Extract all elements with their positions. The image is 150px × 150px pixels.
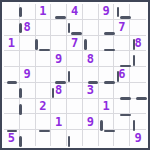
cell-r3c4[interactable] [51, 36, 67, 52]
cell-r6c7[interactable] [99, 83, 115, 99]
cell-r6c3[interactable] [36, 83, 52, 99]
cell-r1c7-given[interactable]: 9 [99, 4, 115, 20]
consecutive-marker-horizontal-r8c1 [7, 130, 18, 133]
sudoku-board: 14987178989683211959 [0, 0, 150, 150]
cell-r7c4[interactable] [51, 99, 67, 115]
cell-r8c3[interactable] [36, 114, 52, 130]
consecutive-marker-horizontal-r4c8 [120, 65, 131, 68]
cell-r6c2[interactable] [20, 83, 36, 99]
consecutive-marker-horizontal-r3c7 [104, 49, 115, 52]
consecutive-marker-vertical-r8c6 [100, 120, 103, 131]
consecutive-marker-horizontal-r8c3 [39, 130, 50, 133]
cell-r4c1[interactable] [4, 51, 20, 67]
cell-r8c4-given[interactable]: 1 [51, 114, 67, 130]
cell-r8c1[interactable] [4, 114, 20, 130]
cell-r1c2[interactable] [20, 4, 36, 20]
cell-r9c4[interactable] [51, 130, 67, 146]
cell-r8c2[interactable] [20, 114, 36, 130]
consecutive-marker-horizontal-r1c8 [120, 16, 131, 19]
consecutive-marker-vertical-r2c4 [68, 23, 71, 34]
cell-r7c9[interactable] [130, 99, 146, 115]
cell-r4c2[interactable] [20, 51, 36, 67]
consecutive-marker-horizontal-r6c9 [136, 97, 147, 100]
cell-r9c2[interactable] [20, 130, 36, 146]
cell-r3c1-given[interactable]: 1 [4, 36, 20, 52]
consecutive-marker-vertical-r6c1 [19, 88, 22, 99]
consecutive-marker-vertical-r5c4 [68, 71, 71, 82]
consecutive-marker-vertical-r9c1 [19, 136, 22, 147]
cell-r6c6-given[interactable]: 3 [83, 83, 99, 99]
cell-r2c4[interactable] [51, 20, 67, 36]
consecutive-marker-horizontal-r5c1 [7, 81, 18, 84]
cell-r6c5[interactable] [67, 83, 83, 99]
cell-r1c1[interactable] [4, 4, 20, 20]
consecutive-marker-horizontal-r5c4 [55, 81, 66, 84]
consecutive-marker-vertical-r1c1 [19, 7, 22, 18]
consecutive-marker-vertical-r9c4 [68, 136, 71, 147]
cell-r5c3[interactable] [36, 67, 52, 83]
cell-r8c5[interactable] [67, 114, 83, 130]
cell-r4c4-given[interactable]: 9 [51, 51, 67, 67]
cell-r3c5-given[interactable]: 7 [67, 36, 83, 52]
consecutive-marker-vertical-r2c1 [19, 23, 22, 34]
cell-r1c3-given[interactable]: 1 [36, 4, 52, 20]
cell-r4c6-given[interactable]: 8 [83, 51, 99, 67]
consecutive-marker-vertical-r5c7 [117, 71, 120, 82]
consecutive-marker-vertical-r3c2 [35, 39, 38, 50]
cell-r9c3[interactable] [36, 130, 52, 146]
consecutive-marker-horizontal-r8c7 [104, 130, 115, 133]
cell-r3c2[interactable] [20, 36, 36, 52]
sudoku-grid: 14987178989683211959 [4, 4, 146, 146]
consecutive-marker-horizontal-r2c5 [71, 32, 82, 35]
cell-r2c8-given[interactable]: 7 [114, 20, 130, 36]
cell-r3c8[interactable] [114, 36, 130, 52]
cell-r7c1[interactable] [4, 99, 20, 115]
consecutive-marker-horizontal-r6c8 [120, 97, 131, 100]
cell-r6c1[interactable] [4, 83, 20, 99]
consecutive-marker-vertical-r4c8 [133, 55, 136, 66]
cell-r2c2-given[interactable]: 8 [20, 20, 36, 36]
consecutive-marker-vertical-r3c5 [84, 39, 87, 50]
cell-r9c7[interactable] [99, 130, 115, 146]
consecutive-marker-vertical-r8c8 [133, 120, 136, 131]
cell-r2c9[interactable] [130, 20, 146, 36]
consecutive-marker-vertical-r1c7 [117, 7, 120, 18]
cell-r4c5[interactable] [67, 51, 83, 67]
consecutive-marker-horizontal-r5c7 [104, 81, 115, 84]
consecutive-marker-vertical-r3c8 [133, 39, 136, 50]
cell-r7c7-given[interactable]: 1 [99, 99, 115, 115]
cell-r9c6[interactable] [83, 130, 99, 146]
cell-r6c9[interactable] [130, 83, 146, 99]
cell-r7c2[interactable] [20, 99, 36, 115]
cell-r7c8[interactable] [114, 99, 130, 115]
consecutive-marker-horizontal-r5c6 [88, 81, 99, 84]
cell-r9c9-given[interactable]: 9 [130, 130, 146, 146]
consecutive-marker-horizontal-r2c7 [104, 32, 115, 35]
cell-r6c8[interactable] [114, 83, 130, 99]
cell-r1c9[interactable] [130, 4, 146, 20]
cell-r7c6[interactable] [83, 99, 99, 115]
consecutive-marker-vertical-r7c1 [19, 104, 22, 115]
cell-r7c3-given[interactable]: 2 [36, 99, 52, 115]
cell-r2c1[interactable] [4, 20, 20, 36]
cell-r4c3[interactable] [36, 51, 52, 67]
cell-r8c8[interactable] [114, 114, 130, 130]
consecutive-marker-horizontal-r1c4 [55, 16, 66, 19]
cell-r9c8[interactable] [114, 130, 130, 146]
cell-r5c2-given[interactable]: 9 [20, 67, 36, 83]
cell-r1c6[interactable] [83, 4, 99, 20]
cell-r4c7[interactable] [99, 51, 115, 67]
cell-r8c6-given[interactable]: 9 [83, 114, 99, 130]
cell-r1c5-given[interactable]: 4 [67, 4, 83, 20]
cell-r9c1-given[interactable]: 5 [4, 130, 20, 146]
consecutive-marker-vertical-r6c3 [52, 88, 55, 99]
consecutive-marker-horizontal-r3c3 [39, 49, 50, 52]
cell-r2c3[interactable] [36, 20, 52, 36]
cell-r7c5[interactable] [67, 99, 83, 115]
cell-r2c6[interactable] [83, 20, 99, 36]
cell-r5c9[interactable] [130, 67, 146, 83]
consecutive-marker-horizontal-r7c8 [120, 114, 131, 117]
